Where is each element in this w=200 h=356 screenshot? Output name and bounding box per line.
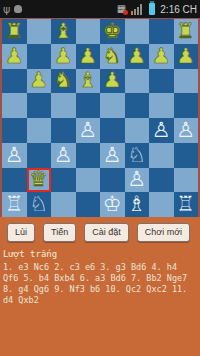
status-icons-left: ψ: [3, 4, 114, 15]
android-icon: [14, 5, 22, 13]
square-e4[interactable]: [100, 118, 125, 143]
turn-indicator: Lượt trắng: [3, 249, 200, 259]
white-rook: ♖: [176, 194, 195, 215]
black-bishop: ♝: [54, 21, 73, 42]
toolbar: Lùi Tiến Cài đặt Chơi mới: [0, 217, 200, 242]
square-e2[interactable]: [100, 168, 125, 193]
white-king: ♔: [103, 194, 122, 215]
square-f8[interactable]: [125, 19, 150, 44]
black-knight: ♞: [103, 46, 122, 67]
square-c2[interactable]: [51, 168, 76, 193]
white-rook: ♖: [5, 194, 24, 215]
black-queen: ♛: [29, 169, 48, 190]
square-b5[interactable]: [27, 93, 52, 118]
square-a7[interactable]: ♟: [2, 44, 27, 69]
square-g1[interactable]: [149, 192, 174, 217]
white-pawn: ♙: [103, 145, 122, 166]
square-c3[interactable]: ♙: [51, 143, 76, 168]
move-list: 1. e3 Nc6 2. c3 e6 3. g3 Bd6 4. h4 Qf6 5…: [3, 262, 200, 306]
square-g4[interactable]: ♙: [149, 118, 174, 143]
square-c7[interactable]: ♟: [51, 44, 76, 69]
white-pawn: ♙: [78, 120, 97, 141]
square-h3[interactable]: [174, 143, 199, 168]
white-pawn: ♙: [54, 145, 73, 166]
square-f4[interactable]: [125, 118, 150, 143]
status-bar[interactable]: ψ ▦ 2:16 CH: [0, 0, 200, 18]
square-b4[interactable]: [27, 118, 52, 143]
square-b6[interactable]: ♟: [27, 69, 52, 94]
square-e1[interactable]: ♔: [100, 192, 125, 217]
square-g5[interactable]: [149, 93, 174, 118]
black-bishop: ♝: [78, 70, 97, 91]
white-pawn: ♙: [176, 120, 195, 141]
board-frame: ♜♝♚♜♟♟♟♞♟♟♟♟♞♝♟♙♙♙♙♙♙♘♛♙♖♘♔♗♖: [0, 18, 200, 217]
square-h5[interactable]: [174, 93, 199, 118]
square-d3[interactable]: [76, 143, 101, 168]
black-pawn: ♟: [5, 46, 24, 67]
square-d2[interactable]: [76, 168, 101, 193]
square-d6[interactable]: ♝: [76, 69, 101, 94]
black-pawn: ♟: [54, 46, 73, 67]
white-bishop: ♗: [127, 194, 146, 215]
notification-icon: ▦: [117, 4, 126, 14]
square-e6[interactable]: ♟: [100, 69, 125, 94]
black-rook: ♜: [5, 21, 24, 42]
square-d8[interactable]: [76, 19, 101, 44]
white-pawn: ♙: [5, 145, 24, 166]
square-c8[interactable]: ♝: [51, 19, 76, 44]
black-pawn: ♟: [103, 70, 122, 91]
redo-button[interactable]: Tiến: [43, 223, 76, 242]
square-a5[interactable]: [2, 93, 27, 118]
clock: 2:16 CH: [160, 4, 197, 15]
square-g7[interactable]: ♟: [149, 44, 174, 69]
white-pawn: ♙: [152, 120, 171, 141]
black-pawn: ♟: [152, 46, 171, 67]
square-h4[interactable]: ♙: [174, 118, 199, 143]
square-a4[interactable]: [2, 118, 27, 143]
battery-icon: [149, 3, 155, 15]
square-e7[interactable]: ♞: [100, 44, 125, 69]
square-a2[interactable]: [2, 168, 27, 193]
usb-icon: ψ: [3, 4, 10, 15]
square-g2[interactable]: [149, 168, 174, 193]
square-h1[interactable]: ♖: [174, 192, 199, 217]
black-pawn: ♟: [127, 46, 146, 67]
white-knight: ♘: [127, 145, 146, 166]
white-knight: ♘: [29, 194, 48, 215]
square-f3[interactable]: ♘: [125, 143, 150, 168]
black-pawn: ♟: [176, 46, 195, 67]
settings-button[interactable]: Cài đặt: [84, 223, 129, 242]
square-f6[interactable]: [125, 69, 150, 94]
square-a6[interactable]: [2, 69, 27, 94]
square-f5[interactable]: [125, 93, 150, 118]
square-b2[interactable]: ♛: [27, 168, 52, 193]
square-e3[interactable]: ♙: [100, 143, 125, 168]
square-a3[interactable]: ♙: [2, 143, 27, 168]
square-h6[interactable]: [174, 69, 199, 94]
square-d7[interactable]: ♟: [76, 44, 101, 69]
new-game-button[interactable]: Chơi mới: [137, 223, 190, 242]
chess-board: ♜♝♚♜♟♟♟♞♟♟♟♟♞♝♟♙♙♙♙♙♙♘♛♙♖♘♔♗♖: [2, 19, 198, 217]
square-d1[interactable]: [76, 192, 101, 217]
square-g6[interactable]: [149, 69, 174, 94]
square-a1[interactable]: ♖: [2, 192, 27, 217]
move-line: 1. e3 Nc6 2. c3 e6 3. g3 Bd6 4. h4: [3, 262, 200, 273]
square-f2[interactable]: ♙: [125, 168, 150, 193]
square-f1[interactable]: ♗: [125, 192, 150, 217]
square-h8[interactable]: ♜: [174, 19, 199, 44]
square-e8[interactable]: ♚: [100, 19, 125, 44]
move-line: d4 Qxb2: [3, 295, 200, 306]
signal-icon: [131, 4, 142, 15]
square-d5[interactable]: [76, 93, 101, 118]
square-b1[interactable]: ♘: [27, 192, 52, 217]
square-d4[interactable]: ♙: [76, 118, 101, 143]
square-c4[interactable]: [51, 118, 76, 143]
black-pawn: ♟: [78, 46, 97, 67]
black-king: ♚: [103, 21, 122, 42]
square-b8[interactable]: [27, 19, 52, 44]
square-g8[interactable]: [149, 19, 174, 44]
move-line: 8. g4 Qg6 9. Nf3 b6 10. Qc2 Qxc2 11.: [3, 284, 200, 295]
notification-badge: [123, 10, 128, 15]
square-g3[interactable]: [149, 143, 174, 168]
square-c6[interactable]: ♞: [51, 69, 76, 94]
white-pawn: ♙: [127, 169, 146, 190]
square-a8[interactable]: ♜: [2, 19, 27, 44]
black-rook: ♜: [176, 21, 195, 42]
undo-button[interactable]: Lùi: [7, 223, 35, 242]
black-knight: ♞: [54, 70, 73, 91]
square-e5[interactable]: [100, 93, 125, 118]
square-c1[interactable]: [51, 192, 76, 217]
square-h7[interactable]: ♟: [174, 44, 199, 69]
square-b3[interactable]: [27, 143, 52, 168]
black-pawn: ♟: [29, 70, 48, 91]
square-b7[interactable]: [27, 44, 52, 69]
square-c5[interactable]: [51, 93, 76, 118]
square-h2[interactable]: [174, 168, 199, 193]
square-f7[interactable]: ♟: [125, 44, 150, 69]
move-line: Qf6 5. b4 Bxb4 6. a3 Bd6 7. Bb2 Nge7: [3, 273, 200, 284]
